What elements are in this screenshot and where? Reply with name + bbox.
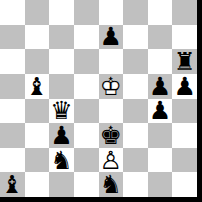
square-f8[interactable] bbox=[123, 0, 148, 25]
knight-glyph: ♞ bbox=[99, 172, 124, 197]
square-d8[interactable] bbox=[74, 0, 99, 25]
queen-glyph: ♛ bbox=[49, 99, 74, 124]
square-f1[interactable] bbox=[123, 172, 148, 197]
square-d1[interactable] bbox=[74, 172, 99, 197]
square-e5[interactable]: ♚♔ bbox=[99, 74, 124, 99]
square-b4[interactable] bbox=[25, 99, 50, 124]
chess-board: ♟♜♝♚♔♟♟♛♟♟♚♞♟♙♝♞ bbox=[0, 0, 202, 202]
rook-glyph: ♜ bbox=[172, 49, 197, 74]
square-d4[interactable] bbox=[74, 99, 99, 124]
chessboard-container: ♟♜♝♚♔♟♟♛♟♟♚♞♟♙♝♞ bbox=[0, 0, 202, 202]
square-g3[interactable] bbox=[148, 123, 173, 148]
square-c8[interactable] bbox=[49, 0, 74, 25]
square-f7[interactable] bbox=[123, 25, 148, 50]
square-e3[interactable]: ♚ bbox=[99, 123, 124, 148]
square-b1[interactable] bbox=[25, 172, 50, 197]
square-c3[interactable]: ♟ bbox=[49, 123, 74, 148]
square-c2[interactable]: ♞ bbox=[49, 148, 74, 173]
king-glyph: ♚ bbox=[99, 123, 124, 148]
king-outline-glyph: ♔ bbox=[99, 74, 124, 99]
bishop-glyph: ♝ bbox=[0, 172, 25, 197]
square-b2[interactable] bbox=[25, 148, 50, 173]
square-e6[interactable] bbox=[99, 49, 124, 74]
square-c4[interactable]: ♛ bbox=[49, 99, 74, 124]
piece-black-bishop[interactable]: ♝ bbox=[25, 74, 50, 99]
piece-white-pawn[interactable]: ♟♙ bbox=[99, 148, 124, 173]
square-a4[interactable] bbox=[0, 99, 25, 124]
square-e8[interactable] bbox=[99, 0, 124, 25]
square-d7[interactable] bbox=[74, 25, 99, 50]
square-g5[interactable]: ♟ bbox=[148, 74, 173, 99]
square-f2[interactable] bbox=[123, 148, 148, 173]
square-e4[interactable] bbox=[99, 99, 124, 124]
square-a5[interactable] bbox=[0, 74, 25, 99]
square-h7[interactable] bbox=[172, 25, 197, 50]
square-e1[interactable]: ♞ bbox=[99, 172, 124, 197]
square-c7[interactable] bbox=[49, 25, 74, 50]
square-c6[interactable] bbox=[49, 49, 74, 74]
square-b7[interactable] bbox=[25, 25, 50, 50]
square-h6[interactable]: ♜ bbox=[172, 49, 197, 74]
square-g2[interactable] bbox=[148, 148, 173, 173]
piece-black-rook[interactable]: ♜ bbox=[172, 49, 197, 74]
pawn-glyph: ♟ bbox=[49, 123, 74, 148]
square-h8[interactable] bbox=[172, 0, 197, 25]
square-f5[interactable] bbox=[123, 74, 148, 99]
pawn-outline-glyph: ♙ bbox=[99, 148, 124, 173]
square-e7[interactable]: ♟ bbox=[99, 25, 124, 50]
piece-black-knight[interactable]: ♞ bbox=[49, 148, 74, 173]
square-b3[interactable] bbox=[25, 123, 50, 148]
square-c1[interactable] bbox=[49, 172, 74, 197]
piece-black-pawn[interactable]: ♟ bbox=[99, 25, 124, 50]
pawn-glyph: ♟ bbox=[172, 74, 197, 99]
square-a8[interactable] bbox=[0, 0, 25, 25]
piece-black-knight[interactable]: ♞ bbox=[99, 172, 124, 197]
square-d5[interactable] bbox=[74, 74, 99, 99]
square-f3[interactable] bbox=[123, 123, 148, 148]
square-g1[interactable] bbox=[148, 172, 173, 197]
square-g7[interactable] bbox=[148, 25, 173, 50]
pawn-glyph: ♟ bbox=[99, 25, 124, 50]
square-c5[interactable] bbox=[49, 74, 74, 99]
square-a6[interactable] bbox=[0, 49, 25, 74]
square-h4[interactable] bbox=[172, 99, 197, 124]
square-a3[interactable] bbox=[0, 123, 25, 148]
square-d2[interactable] bbox=[74, 148, 99, 173]
square-f4[interactable] bbox=[123, 99, 148, 124]
square-d6[interactable] bbox=[74, 49, 99, 74]
square-a2[interactable] bbox=[0, 148, 25, 173]
square-g6[interactable] bbox=[148, 49, 173, 74]
bishop-glyph: ♝ bbox=[25, 74, 50, 99]
square-h3[interactable] bbox=[172, 123, 197, 148]
square-b8[interactable] bbox=[25, 0, 50, 25]
piece-black-pawn[interactable]: ♟ bbox=[148, 74, 173, 99]
pawn-glyph: ♟ bbox=[148, 74, 173, 99]
square-a7[interactable] bbox=[0, 25, 25, 50]
piece-black-bishop[interactable]: ♝ bbox=[0, 172, 25, 197]
piece-black-pawn[interactable]: ♟ bbox=[49, 123, 74, 148]
piece-black-pawn[interactable]: ♟ bbox=[172, 74, 197, 99]
square-g4[interactable]: ♟ bbox=[148, 99, 173, 124]
square-h5[interactable]: ♟ bbox=[172, 74, 197, 99]
square-a1[interactable]: ♝ bbox=[0, 172, 25, 197]
square-f6[interactable] bbox=[123, 49, 148, 74]
square-h1[interactable] bbox=[172, 172, 197, 197]
knight-glyph: ♞ bbox=[49, 148, 74, 173]
pawn-glyph: ♟ bbox=[148, 99, 173, 124]
square-b5[interactable]: ♝ bbox=[25, 74, 50, 99]
piece-black-king[interactable]: ♚ bbox=[99, 123, 124, 148]
square-d3[interactable] bbox=[74, 123, 99, 148]
square-g8[interactable] bbox=[148, 0, 173, 25]
square-b6[interactable] bbox=[25, 49, 50, 74]
piece-black-pawn[interactable]: ♟ bbox=[148, 99, 173, 124]
piece-white-king[interactable]: ♚♔ bbox=[99, 74, 124, 99]
square-e2[interactable]: ♟♙ bbox=[99, 148, 124, 173]
piece-black-queen[interactable]: ♛ bbox=[49, 99, 74, 124]
square-h2[interactable] bbox=[172, 148, 197, 173]
